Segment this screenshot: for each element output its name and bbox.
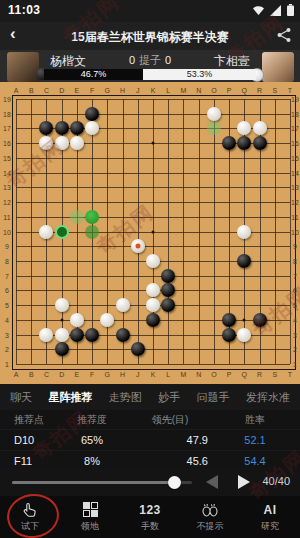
- black-stone-J2: [131, 342, 145, 356]
- column-label: O: [211, 371, 216, 378]
- row-label: 17: [3, 125, 11, 132]
- white-stone-D5: [55, 298, 69, 312]
- black-stone-D2: [55, 342, 69, 356]
- row-label: 7: [293, 272, 297, 279]
- column-label: N: [196, 87, 201, 94]
- row-label: 3: [5, 331, 9, 338]
- row-label: 2: [5, 346, 9, 353]
- winrate-bar: 46.7% 53.3%: [44, 69, 256, 80]
- captures-counter: 0提子0: [0, 53, 300, 68]
- black-stone-E3: [70, 328, 84, 342]
- row-label: 1: [5, 361, 9, 368]
- tab-5[interactable]: 问题手: [197, 390, 230, 405]
- row-label: 5: [5, 302, 9, 309]
- column-label: H: [120, 87, 125, 94]
- table-cell: 65%: [58, 430, 126, 450]
- row-label: 9: [293, 243, 297, 250]
- white-stone-Q3: [237, 328, 251, 342]
- column-label: S: [272, 87, 277, 94]
- last-move-marker: [135, 244, 140, 249]
- black-stone-P16: [222, 136, 236, 150]
- column-label: E: [75, 87, 80, 94]
- captures-label: 提子: [139, 54, 161, 66]
- row-label: 8: [293, 257, 297, 264]
- row-label: 6: [293, 287, 297, 294]
- column-label: J: [136, 87, 140, 94]
- slider-knob[interactable]: [168, 476, 181, 489]
- row-label: 12: [291, 199, 299, 206]
- column-label: B: [29, 371, 34, 378]
- black-stone-F3: [85, 328, 99, 342]
- star-point: [243, 318, 246, 321]
- white-stone-C16: [39, 136, 53, 150]
- row-label: 18: [291, 110, 299, 117]
- column-label: L: [166, 371, 170, 378]
- table-header-cell: 推荐点: [0, 410, 58, 429]
- white-captures: 0: [161, 54, 175, 66]
- row-label: 12: [3, 199, 11, 206]
- ai-recommendation-O17[interactable]: [207, 121, 221, 135]
- hints-off-label: 不提示: [197, 520, 224, 533]
- table-header: 推荐点推荐度领先(目)胜率: [0, 410, 300, 430]
- column-label: C: [44, 371, 49, 378]
- row-label: 4: [5, 316, 9, 323]
- column-label: L: [166, 87, 170, 94]
- row-label: 14: [3, 169, 11, 176]
- black-stone-Q16: [237, 136, 251, 150]
- nav-bar: ‹ 15届春兰杯世界锦标赛半决赛: [0, 22, 300, 50]
- grid-line-vertical: [275, 99, 276, 364]
- star-point: [152, 230, 155, 233]
- white-stone-K8: [146, 254, 160, 268]
- tab-3[interactable]: 走势图: [109, 390, 142, 405]
- app-screen: 11:03 ‹ 15届春兰杯世界锦标赛半决赛 杨楷文 0提子0 卞相壹 46.7…: [0, 0, 300, 538]
- column-label: J: [136, 371, 140, 378]
- white-stone-H5: [116, 298, 130, 312]
- column-label: K: [151, 87, 156, 94]
- table-header-cell: 胜率: [214, 410, 300, 429]
- star-point: [60, 318, 63, 321]
- move-slider[interactable]: [12, 481, 192, 484]
- column-label: B: [29, 87, 34, 94]
- column-label: T: [288, 371, 292, 378]
- column-label: E: [75, 371, 80, 378]
- row-label: 11: [3, 213, 10, 220]
- column-label: O: [211, 87, 216, 94]
- move-numbers-123-icon: 123: [139, 502, 161, 518]
- tab-4[interactable]: 妙手: [158, 390, 180, 405]
- column-label: M: [181, 87, 187, 94]
- slider-fill: [12, 481, 174, 484]
- black-stone-Q8: [237, 254, 251, 268]
- ai-research-button[interactable]: AI 研究: [240, 496, 300, 538]
- row-label: 6: [5, 287, 9, 294]
- white-stone-G4: [100, 313, 114, 327]
- row-label: 1: [293, 361, 297, 368]
- row-label: 8: [5, 257, 9, 264]
- column-label: D: [59, 87, 64, 94]
- black-stone-L5: [161, 298, 175, 312]
- black-winrate: 46.7%: [44, 69, 143, 80]
- status-icons: [252, 4, 294, 16]
- grid-line-vertical: [214, 99, 215, 364]
- recommendation-table: 推荐点推荐度领先(目)胜率 D1065%47.952.1F118%45.654.…: [0, 410, 300, 472]
- white-stone-D3: [55, 328, 69, 342]
- row-label: 19: [291, 96, 299, 103]
- next-move-icon[interactable]: [238, 475, 250, 489]
- hints-off-icon: [201, 502, 219, 518]
- column-label: P: [227, 371, 232, 378]
- row-label: 2: [293, 346, 297, 353]
- row-label: 13: [3, 184, 11, 191]
- grid-line-vertical: [168, 99, 169, 364]
- column-label: A: [14, 87, 19, 94]
- column-label: G: [105, 87, 110, 94]
- grid-line-horizontal: [16, 246, 290, 247]
- move-numbers-button[interactable]: 123 手数: [120, 496, 180, 538]
- row-label: 15: [291, 154, 299, 161]
- row-label: 16: [3, 140, 11, 147]
- table-header-cell: 领先(目): [126, 410, 214, 429]
- previous-move-icon[interactable]: [206, 475, 218, 489]
- column-label: C: [44, 87, 49, 94]
- row-label: 16: [291, 140, 299, 147]
- player-bar: 杨楷文 0提子0 卞相壹 46.7% 53.3%: [0, 50, 300, 82]
- recommendation-row-D10[interactable]: D1065%47.952.1: [0, 430, 300, 451]
- column-label: T: [288, 87, 292, 94]
- column-label: F: [90, 371, 94, 378]
- black-stone-L7: [161, 269, 175, 283]
- white-stone-Q10: [237, 225, 251, 239]
- white-stone-K5: [146, 298, 160, 312]
- white-player-avatar[interactable]: [262, 52, 294, 82]
- row-label: 4: [293, 316, 297, 323]
- row-label: 5: [293, 302, 297, 309]
- column-label: M: [181, 371, 187, 378]
- row-label: 9: [5, 243, 9, 250]
- white-stone-K6: [146, 283, 160, 297]
- black-stone-R16: [253, 136, 267, 150]
- battery-icon: [287, 4, 294, 16]
- white-stone-D16: [55, 136, 69, 150]
- move-counter: 40/40: [262, 475, 290, 487]
- tab-6[interactable]: 发挥水准: [246, 390, 290, 405]
- white-stone-R17: [253, 121, 267, 135]
- table-cell: 52.1: [214, 430, 300, 450]
- black-stone-E17: [70, 121, 84, 135]
- ai-recommendation-E11[interactable]: [70, 210, 84, 224]
- territory-label: 领地: [81, 520, 99, 533]
- column-label: R: [257, 371, 262, 378]
- table-cell: 47.9: [126, 430, 214, 450]
- black-captures: 0: [125, 54, 139, 66]
- territory-button[interactable]: 领地: [60, 496, 120, 538]
- black-stone-D17: [55, 121, 69, 135]
- column-label: A: [14, 371, 19, 378]
- grid-line-vertical: [183, 99, 184, 364]
- column-label: Q: [242, 371, 247, 378]
- row-label: 19: [3, 96, 11, 103]
- column-label: R: [257, 87, 262, 94]
- ai-recommendation-F11[interactable]: [85, 210, 99, 224]
- black-stone-F18: [85, 107, 99, 121]
- row-label: 11: [291, 213, 298, 220]
- ai-recommendation-F10[interactable]: [85, 225, 99, 239]
- row-label: 13: [291, 184, 299, 191]
- go-board[interactable]: AA1919BB1818CC1717DD1616EE1515FF1414GG13…: [0, 82, 300, 384]
- black-stone-C17: [39, 121, 53, 135]
- column-label: K: [151, 371, 156, 378]
- grid-line-vertical: [199, 99, 200, 364]
- black-stone-H3: [116, 328, 130, 342]
- white-player-name: 卞相壹: [214, 53, 250, 70]
- column-label: D: [59, 371, 64, 378]
- move-controls: 40/40: [0, 468, 300, 496]
- signal-icon: [270, 5, 282, 16]
- ai-research-label: 研究: [261, 520, 279, 533]
- column-label: P: [227, 87, 232, 94]
- star-point: [152, 142, 155, 145]
- hints-off-button[interactable]: 不提示: [180, 496, 240, 538]
- table-cell: D10: [0, 430, 58, 450]
- tab-2[interactable]: 星阵推荐: [48, 390, 92, 405]
- page-title: 15届春兰杯世界锦标赛半决赛: [0, 29, 300, 46]
- share-icon[interactable]: [276, 27, 292, 43]
- white-stone-O18: [207, 107, 221, 121]
- column-label: H: [120, 371, 125, 378]
- row-label: 18: [3, 110, 11, 117]
- row-label: 3: [293, 331, 297, 338]
- white-stone-E16: [70, 136, 84, 150]
- tab-bar: 聊天星阵推荐走势图妙手问题手发挥水准: [0, 384, 300, 410]
- column-label: S: [272, 371, 277, 378]
- wifi-icon: [252, 5, 265, 16]
- ai-icon: AI: [264, 502, 277, 518]
- black-stone-L6: [161, 283, 175, 297]
- clock: 11:03: [8, 3, 41, 17]
- row-label: 10: [291, 228, 299, 235]
- table-header-cell: 推荐度: [58, 410, 126, 429]
- column-label: G: [105, 371, 110, 378]
- black-stone-P3: [222, 328, 236, 342]
- territory-grid-icon: [83, 502, 98, 518]
- row-label: 10: [3, 228, 11, 235]
- white-stone-Q17: [237, 121, 251, 135]
- status-bar: 11:03: [0, 0, 300, 22]
- black-stone-R4: [253, 313, 267, 327]
- white-stone-C3: [39, 328, 53, 342]
- grid-line-horizontal: [16, 364, 290, 365]
- white-stone-E4: [70, 313, 84, 327]
- white-stone-C10: [39, 225, 53, 239]
- row-label: 7: [5, 272, 9, 279]
- tab-1[interactable]: 聊天: [10, 390, 32, 405]
- row-label: 15: [3, 154, 11, 161]
- column-label: N: [196, 371, 201, 378]
- row-label: 14: [291, 169, 299, 176]
- move-numbers-label: 手数: [141, 520, 159, 533]
- white-stone-F17: [85, 121, 99, 135]
- grid-line-horizontal: [16, 276, 290, 277]
- row-label: 17: [291, 125, 299, 132]
- black-stone-P4: [222, 313, 236, 327]
- column-label: Q: [242, 87, 247, 94]
- ai-recommendation-D10[interactable]: [55, 225, 69, 239]
- black-stone-K4: [146, 313, 160, 327]
- column-label: F: [90, 87, 94, 94]
- white-winrate: 53.3%: [143, 69, 256, 80]
